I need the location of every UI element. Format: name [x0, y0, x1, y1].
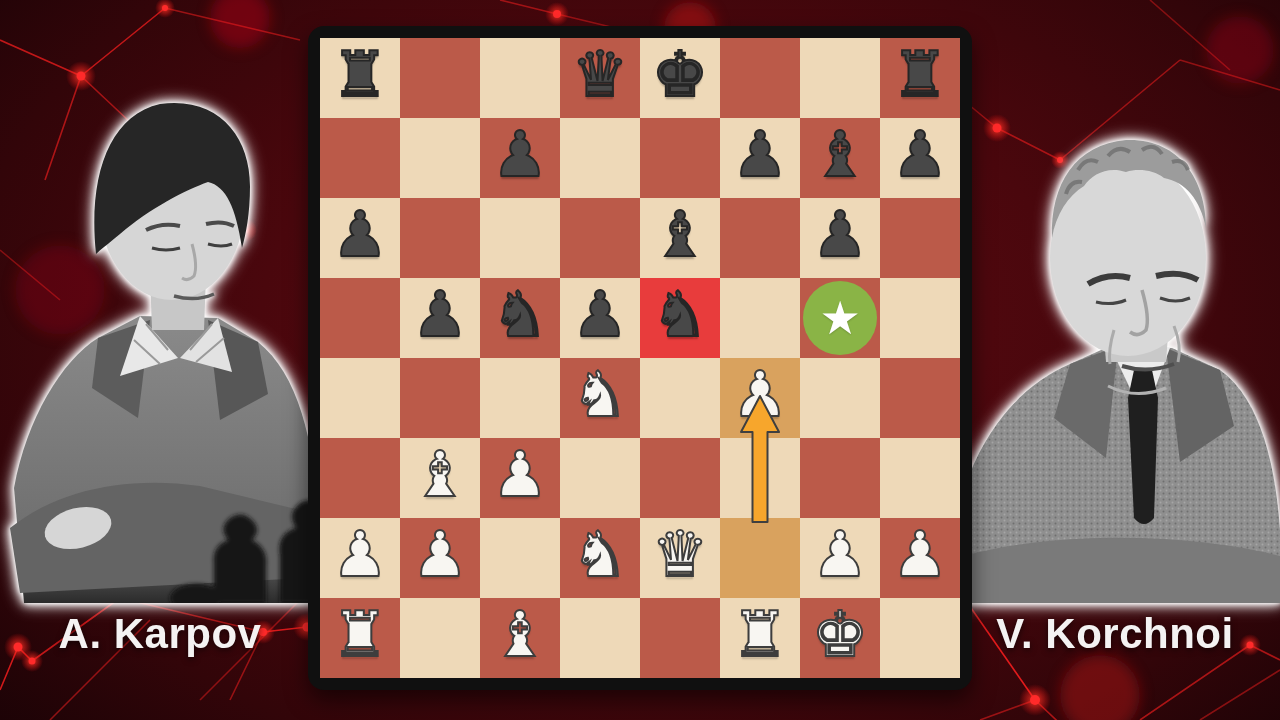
star-marker: ★: [803, 281, 877, 355]
square-d4[interactable]: ♞: [560, 358, 640, 438]
square-c2[interactable]: [480, 518, 560, 598]
square-d8[interactable]: ♛: [560, 38, 640, 118]
black-rook[interactable]: ♜: [892, 35, 948, 115]
square-b5[interactable]: ♟: [400, 278, 480, 358]
square-h4[interactable]: [880, 358, 960, 438]
square-c6[interactable]: [480, 198, 560, 278]
white-pawn[interactable]: ♟: [732, 355, 788, 435]
white-knight[interactable]: ♞: [572, 355, 628, 435]
black-knight[interactable]: ♞: [652, 275, 708, 355]
white-player-label: A. Karpov: [0, 610, 320, 658]
black-pawn[interactable]: ♟: [332, 195, 388, 275]
black-bishop[interactable]: ♝: [812, 115, 868, 195]
black-bishop[interactable]: ♝: [652, 195, 708, 275]
square-e3[interactable]: [640, 438, 720, 518]
square-d5[interactable]: ♟: [560, 278, 640, 358]
white-pawn[interactable]: ♟: [812, 515, 868, 595]
white-bishop[interactable]: ♝: [492, 595, 548, 675]
square-g1[interactable]: ♚: [800, 598, 880, 678]
black-pawn[interactable]: ♟: [572, 275, 628, 355]
square-e1[interactable]: [640, 598, 720, 678]
square-g4[interactable]: [800, 358, 880, 438]
square-c4[interactable]: [480, 358, 560, 438]
square-g6[interactable]: ♟: [800, 198, 880, 278]
square-h5[interactable]: [880, 278, 960, 358]
square-f2[interactable]: [720, 518, 800, 598]
square-d6[interactable]: [560, 198, 640, 278]
black-player-label: V. Korchnoi: [955, 610, 1275, 658]
korchnoi-photo: [958, 78, 1280, 603]
black-king[interactable]: ♚: [652, 35, 708, 115]
black-pawn[interactable]: ♟: [492, 115, 548, 195]
square-b6[interactable]: [400, 198, 480, 278]
square-g2[interactable]: ♟: [800, 518, 880, 598]
black-pawn[interactable]: ♟: [412, 275, 468, 355]
chess-board-frame: ★ ♜♛♚♜♟♟♝♟♟♝♟♟♞♟♞♞♟♝♟♟♟♞♛♟♟♜♝♜♚: [308, 26, 972, 690]
square-e6[interactable]: ♝: [640, 198, 720, 278]
square-b1[interactable]: [400, 598, 480, 678]
square-a6[interactable]: ♟: [320, 198, 400, 278]
square-b7[interactable]: [400, 118, 480, 198]
square-b4[interactable]: [400, 358, 480, 438]
square-a8[interactable]: ♜: [320, 38, 400, 118]
black-pawn[interactable]: ♟: [732, 115, 788, 195]
chess-board: ★ ♜♛♚♜♟♟♝♟♟♝♟♟♞♟♞♞♟♝♟♟♟♞♛♟♟♜♝♜♚: [320, 38, 960, 678]
square-f8[interactable]: [720, 38, 800, 118]
square-f5[interactable]: [720, 278, 800, 358]
square-g3[interactable]: [800, 438, 880, 518]
white-bishop[interactable]: ♝: [412, 435, 468, 515]
square-h2[interactable]: ♟: [880, 518, 960, 598]
square-f7[interactable]: ♟: [720, 118, 800, 198]
square-e7[interactable]: [640, 118, 720, 198]
square-f3[interactable]: [720, 438, 800, 518]
white-pawn[interactable]: ♟: [332, 515, 388, 595]
square-e5[interactable]: ♞: [640, 278, 720, 358]
white-pawn[interactable]: ♟: [492, 435, 548, 515]
square-b3[interactable]: ♝: [400, 438, 480, 518]
square-d3[interactable]: [560, 438, 640, 518]
white-queen[interactable]: ♛: [652, 515, 708, 595]
white-rook[interactable]: ♜: [732, 595, 788, 675]
square-b2[interactable]: ♟: [400, 518, 480, 598]
white-rook[interactable]: ♜: [332, 595, 388, 675]
square-d7[interactable]: [560, 118, 640, 198]
square-c8[interactable]: [480, 38, 560, 118]
square-h7[interactable]: ♟: [880, 118, 960, 198]
black-queen[interactable]: ♛: [572, 35, 628, 115]
black-rook[interactable]: ♜: [332, 35, 388, 115]
white-pawn[interactable]: ♟: [892, 515, 948, 595]
square-a3[interactable]: [320, 438, 400, 518]
square-c1[interactable]: ♝: [480, 598, 560, 678]
black-pawn[interactable]: ♟: [812, 195, 868, 275]
square-c7[interactable]: ♟: [480, 118, 560, 198]
square-a4[interactable]: [320, 358, 400, 438]
square-c5[interactable]: ♞: [480, 278, 560, 358]
square-e8[interactable]: ♚: [640, 38, 720, 118]
black-knight[interactable]: ♞: [492, 275, 548, 355]
square-a2[interactable]: ♟: [320, 518, 400, 598]
square-e4[interactable]: [640, 358, 720, 438]
square-f1[interactable]: ♜: [720, 598, 800, 678]
square-d1[interactable]: [560, 598, 640, 678]
square-b8[interactable]: [400, 38, 480, 118]
square-h6[interactable]: [880, 198, 960, 278]
thumbnail-canvas: { "game": "chess", "labels": { "white_pl…: [0, 0, 1280, 720]
square-e2[interactable]: ♛: [640, 518, 720, 598]
square-g8[interactable]: [800, 38, 880, 118]
square-a7[interactable]: [320, 118, 400, 198]
square-f6[interactable]: [720, 198, 800, 278]
square-a1[interactable]: ♜: [320, 598, 400, 678]
white-pawn[interactable]: ♟: [412, 515, 468, 595]
square-g7[interactable]: ♝: [800, 118, 880, 198]
square-h3[interactable]: [880, 438, 960, 518]
square-h1[interactable]: [880, 598, 960, 678]
white-knight[interactable]: ♞: [572, 515, 628, 595]
square-c3[interactable]: ♟: [480, 438, 560, 518]
square-a5[interactable]: [320, 278, 400, 358]
square-f4[interactable]: ♟: [720, 358, 800, 438]
square-h8[interactable]: ♜: [880, 38, 960, 118]
square-d2[interactable]: ♞: [560, 518, 640, 598]
karpov-photo: [0, 58, 320, 603]
black-pawn[interactable]: ♟: [892, 115, 948, 195]
white-king[interactable]: ♚: [812, 595, 868, 675]
